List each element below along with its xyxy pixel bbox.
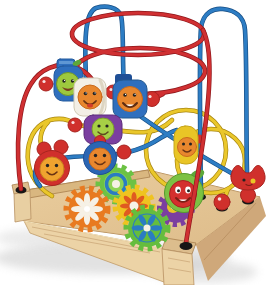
bead-blue-orange-face: [113, 74, 147, 118]
grommet-post: [180, 242, 193, 250]
bead-maze-toy: [0, 0, 270, 285]
bead-red-anchor-yellow-wire: [214, 194, 230, 210]
product-photo: [0, 0, 270, 285]
bead-red-apple: [35, 140, 70, 186]
bead-white-orange-face: [74, 78, 106, 116]
